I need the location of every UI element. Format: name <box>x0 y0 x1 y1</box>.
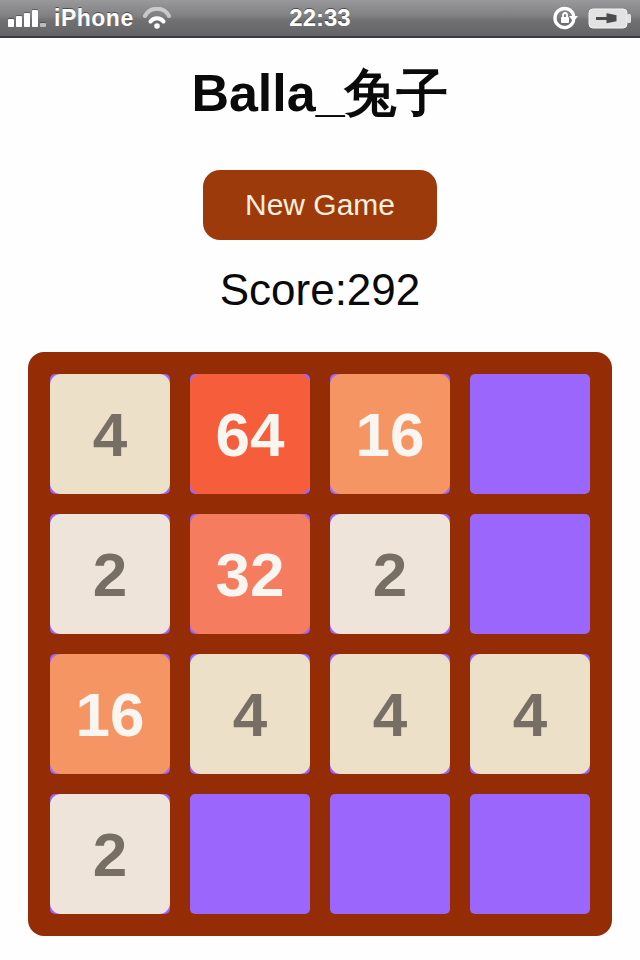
tile-4: 4 <box>190 654 310 774</box>
carrier-label: iPhone <box>54 5 134 32</box>
tile-4: 4 <box>330 654 450 774</box>
cell-r4c4 <box>470 794 590 914</box>
tile-2: 2 <box>330 514 450 634</box>
cell-r2c2: 32 <box>190 514 310 634</box>
cell-r4c2 <box>190 794 310 914</box>
signal-strength-icon <box>8 7 46 30</box>
rotation-lock-icon <box>551 5 578 32</box>
tile-2: 2 <box>50 514 170 634</box>
cell-r3c2: 4 <box>190 654 310 774</box>
wifi-icon <box>142 7 172 29</box>
cell-r2c3: 2 <box>330 514 450 634</box>
tile-64: 64 <box>190 374 310 494</box>
cell-r2c4 <box>470 514 590 634</box>
cell-r1c3: 16 <box>330 374 450 494</box>
status-bar-right <box>551 5 632 32</box>
cell-r1c4 <box>470 374 590 494</box>
cell-r3c1: 16 <box>50 654 170 774</box>
new-game-button[interactable]: New Game <box>203 170 437 240</box>
tile-4: 4 <box>50 374 170 494</box>
cell-r4c1: 2 <box>50 794 170 914</box>
button-row: New Game <box>0 170 640 240</box>
cell-r1c2: 64 <box>190 374 310 494</box>
status-bar-left: iPhone <box>8 5 172 32</box>
board[interactable]: 464162322164442 <box>28 352 612 936</box>
page-title: Balla_兔子 <box>0 60 640 126</box>
tile-16: 16 <box>50 654 170 774</box>
tile-4: 4 <box>470 654 590 774</box>
cell-r4c3 <box>330 794 450 914</box>
tile-32: 32 <box>190 514 310 634</box>
app-screen: iPhone 22:33 Balla_兔子 New Game <box>0 0 640 960</box>
status-bar: iPhone 22:33 <box>0 0 640 38</box>
tile-16: 16 <box>330 374 450 494</box>
cell-r3c3: 4 <box>330 654 450 774</box>
score-text: Score:292 <box>0 266 640 314</box>
tile-2: 2 <box>50 794 170 914</box>
cell-r2c1: 2 <box>50 514 170 634</box>
cell-r3c4: 4 <box>470 654 590 774</box>
battery-icon <box>588 7 632 30</box>
cell-r1c1: 4 <box>50 374 170 494</box>
